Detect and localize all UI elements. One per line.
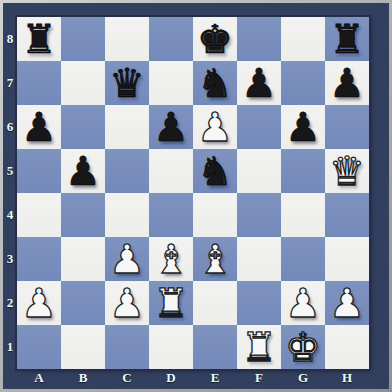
- square-e1[interactable]: [193, 325, 237, 369]
- file-label-d: D: [149, 369, 193, 387]
- piece-white-pawn[interactable]: ♟: [109, 281, 145, 325]
- square-a3[interactable]: [17, 237, 61, 281]
- file-label-e: E: [193, 369, 237, 387]
- square-g1[interactable]: ♚: [281, 325, 325, 369]
- file-label-h: H: [325, 369, 369, 387]
- piece-white-rook[interactable]: ♜: [241, 325, 277, 369]
- square-a5[interactable]: [17, 149, 61, 193]
- square-d8[interactable]: [149, 17, 193, 61]
- file-label-g: G: [281, 369, 325, 387]
- square-b2[interactable]: [61, 281, 105, 325]
- square-f5[interactable]: [237, 149, 281, 193]
- square-c7[interactable]: ♛: [105, 61, 149, 105]
- piece-black-rook[interactable]: ♜: [21, 17, 57, 61]
- square-h2[interactable]: ♟: [325, 281, 369, 325]
- square-c2[interactable]: ♟: [105, 281, 149, 325]
- square-h5[interactable]: ♛: [325, 149, 369, 193]
- square-h4[interactable]: [325, 193, 369, 237]
- piece-white-pawn[interactable]: ♟: [109, 237, 145, 281]
- chess-diagram-frame: ♜♚♜♛♞♟♟♟♟♟♟♟♞♛♟♝♝♟♟♜♟♟♜♚ 87654321 ABCDEF…: [0, 0, 392, 392]
- square-e6[interactable]: ♟: [193, 105, 237, 149]
- square-a1[interactable]: [17, 325, 61, 369]
- square-e3[interactable]: ♝: [193, 237, 237, 281]
- square-c3[interactable]: ♟: [105, 237, 149, 281]
- square-c1[interactable]: [105, 325, 149, 369]
- square-h6[interactable]: [325, 105, 369, 149]
- square-d6[interactable]: ♟: [149, 105, 193, 149]
- square-b1[interactable]: [61, 325, 105, 369]
- square-e2[interactable]: [193, 281, 237, 325]
- square-b3[interactable]: [61, 237, 105, 281]
- rank-label-6: 6: [3, 105, 17, 149]
- square-c5[interactable]: [105, 149, 149, 193]
- piece-black-knight[interactable]: ♞: [197, 149, 233, 193]
- rank-label-1: 1: [3, 325, 17, 369]
- square-b8[interactable]: [61, 17, 105, 61]
- square-b6[interactable]: [61, 105, 105, 149]
- rank-label-5: 5: [3, 149, 17, 193]
- square-a8[interactable]: ♜: [17, 17, 61, 61]
- square-g6[interactable]: ♟: [281, 105, 325, 149]
- square-a4[interactable]: [17, 193, 61, 237]
- square-f3[interactable]: [237, 237, 281, 281]
- square-f1[interactable]: ♜: [237, 325, 281, 369]
- square-f6[interactable]: [237, 105, 281, 149]
- square-e4[interactable]: [193, 193, 237, 237]
- square-f2[interactable]: [237, 281, 281, 325]
- piece-black-pawn[interactable]: ♟: [285, 105, 321, 149]
- file-label-a: A: [17, 369, 61, 387]
- square-f8[interactable]: [237, 17, 281, 61]
- rank-label-8: 8: [3, 17, 17, 61]
- piece-white-pawn[interactable]: ♟: [197, 105, 233, 149]
- square-c8[interactable]: [105, 17, 149, 61]
- file-label-c: C: [105, 369, 149, 387]
- square-f7[interactable]: ♟: [237, 61, 281, 105]
- square-d7[interactable]: [149, 61, 193, 105]
- rank-label-2: 2: [3, 281, 17, 325]
- piece-black-queen[interactable]: ♛: [109, 61, 145, 105]
- piece-black-pawn[interactable]: ♟: [329, 61, 365, 105]
- square-h3[interactable]: [325, 237, 369, 281]
- square-a7[interactable]: [17, 61, 61, 105]
- square-g4[interactable]: [281, 193, 325, 237]
- square-a6[interactable]: ♟: [17, 105, 61, 149]
- piece-black-rook[interactable]: ♜: [329, 17, 365, 61]
- square-e8[interactable]: ♚: [193, 17, 237, 61]
- piece-white-pawn[interactable]: ♟: [329, 281, 365, 325]
- square-g7[interactable]: [281, 61, 325, 105]
- square-h8[interactable]: ♜: [325, 17, 369, 61]
- square-h1[interactable]: [325, 325, 369, 369]
- piece-black-pawn[interactable]: ♟: [153, 105, 189, 149]
- square-g5[interactable]: [281, 149, 325, 193]
- square-d1[interactable]: [149, 325, 193, 369]
- square-c4[interactable]: [105, 193, 149, 237]
- piece-white-queen[interactable]: ♛: [329, 149, 365, 193]
- piece-black-pawn[interactable]: ♟: [21, 105, 57, 149]
- square-d3[interactable]: ♝: [149, 237, 193, 281]
- board-panel: ♜♚♜♛♞♟♟♟♟♟♟♟♞♛♟♝♝♟♟♜♟♟♜♚ 87654321 ABCDEF…: [3, 3, 389, 389]
- rank-label-3: 3: [3, 237, 17, 281]
- square-f4[interactable]: [237, 193, 281, 237]
- square-d2[interactable]: ♜: [149, 281, 193, 325]
- piece-white-king[interactable]: ♚: [285, 325, 321, 369]
- piece-black-pawn[interactable]: ♟: [65, 149, 101, 193]
- square-e7[interactable]: ♞: [193, 61, 237, 105]
- square-d4[interactable]: [149, 193, 193, 237]
- file-label-f: F: [237, 369, 281, 387]
- piece-black-king[interactable]: ♚: [197, 17, 233, 61]
- square-d5[interactable]: [149, 149, 193, 193]
- square-e5[interactable]: ♞: [193, 149, 237, 193]
- piece-white-bishop[interactable]: ♝: [153, 237, 189, 281]
- square-b4[interactable]: [61, 193, 105, 237]
- square-b7[interactable]: [61, 61, 105, 105]
- square-b5[interactable]: ♟: [61, 149, 105, 193]
- piece-white-pawn[interactable]: ♟: [285, 281, 321, 325]
- square-g2[interactable]: ♟: [281, 281, 325, 325]
- chess-board: ♜♚♜♛♞♟♟♟♟♟♟♟♞♛♟♝♝♟♟♜♟♟♜♚: [17, 17, 369, 369]
- square-a2[interactable]: ♟: [17, 281, 61, 325]
- square-g8[interactable]: [281, 17, 325, 61]
- rank-label-4: 4: [3, 193, 17, 237]
- rank-label-7: 7: [3, 61, 17, 105]
- square-h7[interactable]: ♟: [325, 61, 369, 105]
- piece-white-rook[interactable]: ♜: [153, 281, 189, 325]
- piece-black-pawn[interactable]: ♟: [241, 61, 277, 105]
- square-g3[interactable]: [281, 237, 325, 281]
- piece-black-knight[interactable]: ♞: [197, 61, 233, 105]
- file-label-b: B: [61, 369, 105, 387]
- piece-white-pawn[interactable]: ♟: [21, 281, 57, 325]
- piece-white-bishop[interactable]: ♝: [197, 237, 233, 281]
- square-c6[interactable]: [105, 105, 149, 149]
